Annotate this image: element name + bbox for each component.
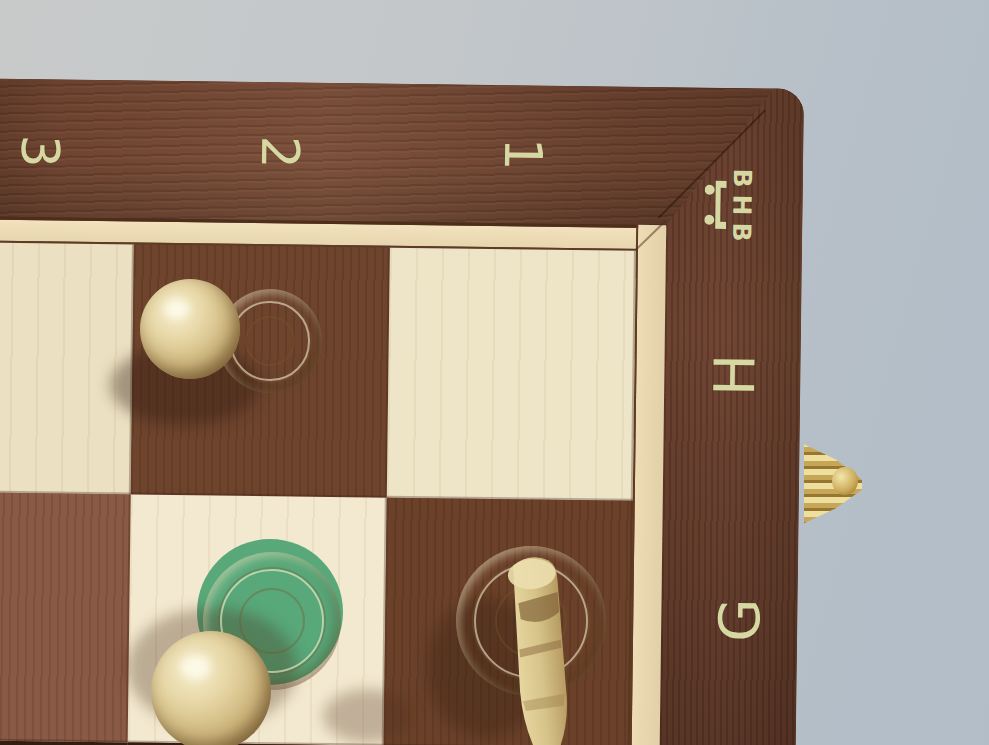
pawn-h2-head: [140, 279, 240, 379]
knight-cast-shadow: [323, 689, 413, 743]
pawn-g2-head: [151, 631, 271, 745]
pieces-layer: [0, 0, 989, 745]
knight-g1-head: [484, 546, 594, 745]
